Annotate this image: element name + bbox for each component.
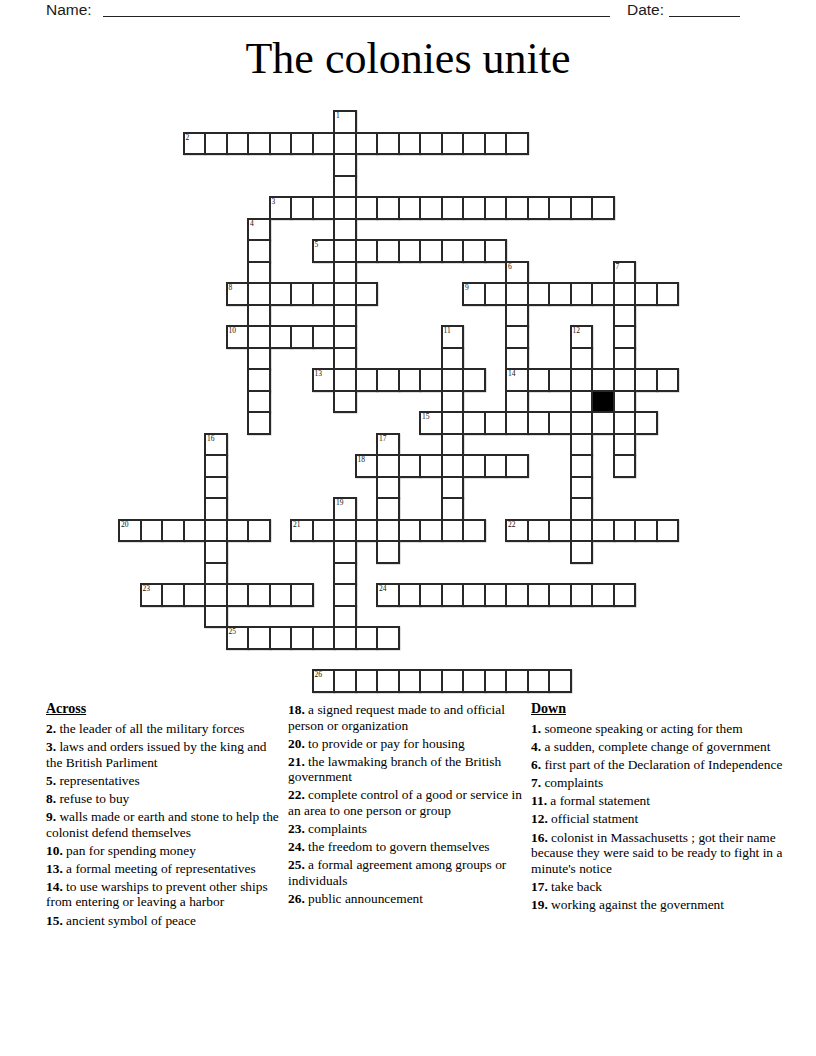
grid-cell[interactable] <box>247 282 271 306</box>
grid-cell[interactable] <box>591 583 615 607</box>
clue-number: 23. <box>288 821 305 836</box>
grid-cell[interactable] <box>570 519 594 543</box>
grid-cell[interactable] <box>333 196 357 220</box>
grid-cell[interactable] <box>398 583 422 607</box>
cell-number: 6 <box>508 262 512 271</box>
grid-cell[interactable]: 11 <box>441 325 465 349</box>
grid-cell[interactable]: 13 <box>312 368 336 392</box>
grid-cell[interactable] <box>527 583 551 607</box>
clue-number: 4. <box>531 739 541 754</box>
cell-number: 3 <box>272 197 276 206</box>
clue-item: 10. pan for spending money <box>46 843 286 859</box>
grid-cell[interactable] <box>613 583 637 607</box>
grid-cell[interactable] <box>505 325 529 349</box>
clue-column-down: Down 1. someone speaking or acting for t… <box>531 701 785 915</box>
across-heading: Across <box>46 701 286 717</box>
grid-cell[interactable] <box>290 626 314 650</box>
grid-cell[interactable] <box>505 411 529 435</box>
grid-cell[interactable] <box>226 132 250 156</box>
grid-cell[interactable] <box>333 347 357 371</box>
grid-cell[interactable] <box>613 347 637 371</box>
grid-cell[interactable] <box>656 368 680 392</box>
grid-cell[interactable] <box>634 282 658 306</box>
clue-item: 7. complaints <box>531 775 785 791</box>
grid-cell[interactable] <box>161 519 185 543</box>
grid-cell[interactable] <box>398 132 422 156</box>
name-input-line[interactable] <box>103 2 610 17</box>
grid-cell[interactable] <box>376 196 400 220</box>
grid-cell[interactable] <box>527 196 551 220</box>
clue-item: 2. the leader of all the military forces <box>46 721 286 737</box>
grid-cell[interactable] <box>376 519 400 543</box>
grid-cell[interactable] <box>441 476 465 500</box>
clue-item: 14. to use warships to prevent other shi… <box>46 879 286 910</box>
cell-number: 18 <box>358 455 366 464</box>
clue-number: 5. <box>46 773 56 788</box>
grid-cell[interactable]: 16 <box>204 433 228 457</box>
clue-item: 24. the freedom to govern themselves <box>288 839 532 855</box>
clue-number: 14. <box>46 879 63 894</box>
grid-cell[interactable] <box>247 411 271 435</box>
grid-cell[interactable] <box>355 196 379 220</box>
grid-cell[interactable] <box>441 239 465 263</box>
grid-cell[interactable]: 26 <box>312 669 336 693</box>
grid-cell[interactable] <box>204 562 228 586</box>
grid-cell[interactable] <box>269 132 293 156</box>
grid-cell[interactable] <box>355 239 379 263</box>
grid-cell[interactable] <box>570 583 594 607</box>
grid-cell[interactable]: 17 <box>376 433 400 457</box>
grid-cell[interactable] <box>419 196 443 220</box>
grid-cell[interactable] <box>376 669 400 693</box>
grid-cell[interactable] <box>247 261 271 285</box>
grid-cell[interactable] <box>204 454 228 478</box>
grid-cell[interactable] <box>333 132 357 156</box>
grid-cell[interactable] <box>505 390 529 414</box>
grid-cell[interactable] <box>548 196 572 220</box>
date-input-line[interactable] <box>669 2 740 17</box>
clue-item: 25. a formal agreement among groups or i… <box>288 857 532 888</box>
grid-cell[interactable] <box>484 196 508 220</box>
grid-cell[interactable]: 19 <box>333 497 357 521</box>
crossword-worksheet: { "game": "crossword", "header": { "name… <box>0 0 816 1056</box>
grid-cell[interactable] <box>484 239 508 263</box>
grid-cell[interactable] <box>570 282 594 306</box>
grid-cell[interactable] <box>183 519 207 543</box>
grid-cell[interactable] <box>441 411 465 435</box>
cell-number: 2 <box>186 133 190 142</box>
grid-cell[interactable] <box>355 669 379 693</box>
grid-cell[interactable] <box>312 626 336 650</box>
grid-cell[interactable] <box>376 626 400 650</box>
cell-number: 20 <box>121 520 129 529</box>
grid-cell[interactable] <box>204 540 228 564</box>
clue-number: 1. <box>531 721 541 736</box>
clue-number: 11. <box>531 793 547 808</box>
grid-cell[interactable] <box>591 282 615 306</box>
grid-cell[interactable] <box>548 411 572 435</box>
grid-cell[interactable] <box>548 368 572 392</box>
grid-cell[interactable] <box>247 239 271 263</box>
grid-cell[interactable] <box>613 411 637 435</box>
grid-cell[interactable] <box>333 605 357 629</box>
grid-cell[interactable] <box>462 454 486 478</box>
grid-cell[interactable] <box>333 583 357 607</box>
grid-cell[interactable] <box>312 325 336 349</box>
grid-cell[interactable] <box>376 132 400 156</box>
grid-cell[interactable] <box>613 433 637 457</box>
grid-cell[interactable] <box>634 368 658 392</box>
grid-cell[interactable] <box>419 669 443 693</box>
clue-number: 13. <box>46 861 63 876</box>
grid-cell[interactable] <box>333 390 357 414</box>
grid-cell[interactable] <box>462 239 486 263</box>
grid-cell[interactable] <box>398 669 422 693</box>
grid-cell[interactable] <box>462 196 486 220</box>
grid-cell[interactable] <box>247 325 271 349</box>
clue-number: 25. <box>288 857 305 872</box>
cell-number: 23 <box>143 584 151 593</box>
cell-number: 13 <box>315 369 323 378</box>
clue-number: 17. <box>531 879 548 894</box>
grid-cell[interactable] <box>247 304 271 328</box>
grid-cell[interactable]: 18 <box>355 454 379 478</box>
grid-cell[interactable] <box>333 304 357 328</box>
grid-cell[interactable] <box>570 196 594 220</box>
grid-cell[interactable] <box>462 411 486 435</box>
down-heading: Down <box>531 701 785 717</box>
grid-cell[interactable] <box>161 583 185 607</box>
name-label: Name: <box>46 1 92 19</box>
grid-cell[interactable] <box>419 132 443 156</box>
clue-number: 12. <box>531 811 548 826</box>
grid-cell[interactable]: 15 <box>419 411 443 435</box>
clue-item: 8. refuse to buy <box>46 791 286 807</box>
grid-cell[interactable] <box>333 175 357 199</box>
cell-number: 12 <box>573 326 581 335</box>
cell-number: 5 <box>315 240 319 249</box>
grid-cell[interactable] <box>226 583 250 607</box>
grid-cell[interactable] <box>462 583 486 607</box>
grid-cell[interactable] <box>333 261 357 285</box>
grid-cell[interactable] <box>441 390 465 414</box>
clue-number: 8. <box>46 791 56 806</box>
grid-cell[interactable] <box>290 583 314 607</box>
clue-number: 2. <box>46 721 56 736</box>
clue-number: 24. <box>288 839 305 854</box>
grid-cell[interactable] <box>548 282 572 306</box>
grid-cell[interactable] <box>505 583 529 607</box>
grid-cell[interactable] <box>484 454 508 478</box>
down-clues: 1. someone speaking or acting for them4.… <box>531 721 785 913</box>
grid-cell[interactable] <box>376 454 400 478</box>
grid-cell[interactable] <box>269 626 293 650</box>
grid-cell[interactable] <box>376 497 400 521</box>
grid-cell[interactable] <box>333 519 357 543</box>
cell-number: 14 <box>508 369 516 378</box>
grid-cell[interactable] <box>226 519 250 543</box>
grid-cell[interactable] <box>570 540 594 564</box>
grid-cell[interactable] <box>656 519 680 543</box>
grid-cell[interactable] <box>204 476 228 500</box>
grid-cell[interactable] <box>548 519 572 543</box>
grid-cell[interactable]: 12 <box>570 325 594 349</box>
grid-cell[interactable] <box>570 433 594 457</box>
grid-cell[interactable] <box>505 282 529 306</box>
grid-cell[interactable] <box>398 196 422 220</box>
grid-cell[interactable] <box>505 669 529 693</box>
grid-cell[interactable] <box>376 540 400 564</box>
grid-cell[interactable] <box>312 282 336 306</box>
grid-cell[interactable] <box>441 196 465 220</box>
grid-cell[interactable] <box>333 626 357 650</box>
grid-cell[interactable] <box>419 454 443 478</box>
page-title: The colonies unite <box>0 34 816 84</box>
grid-cell[interactable] <box>441 132 465 156</box>
grid-cell[interactable] <box>376 476 400 500</box>
grid-cell[interactable] <box>204 583 228 607</box>
grid-cell[interactable]: 8 <box>226 282 250 306</box>
grid-cell[interactable] <box>398 368 422 392</box>
grid-cell[interactable]: 4 <box>247 218 271 242</box>
blocked-cell <box>591 390 615 414</box>
grid-cell[interactable] <box>441 454 465 478</box>
grid-cell[interactable] <box>570 411 594 435</box>
grid-cell[interactable] <box>441 347 465 371</box>
grid-cell[interactable] <box>613 390 637 414</box>
cell-number: 4 <box>250 219 254 228</box>
grid-cell[interactable] <box>570 347 594 371</box>
grid-cell[interactable] <box>505 347 529 371</box>
grid-cell[interactable] <box>613 454 637 478</box>
grid-cell[interactable]: 23 <box>140 583 164 607</box>
grid-cell[interactable] <box>333 669 357 693</box>
grid-cell[interactable] <box>634 411 658 435</box>
cell-number: 21 <box>293 520 301 529</box>
cell-number: 1 <box>336 111 340 120</box>
clue-number: 26. <box>288 891 305 906</box>
grid-cell[interactable] <box>419 368 443 392</box>
grid-cell[interactable] <box>204 605 228 629</box>
clue-item: 23. complaints <box>288 821 532 837</box>
grid-cell[interactable] <box>355 368 379 392</box>
grid-cell[interactable] <box>419 583 443 607</box>
grid-cell[interactable] <box>419 239 443 263</box>
grid-cell[interactable] <box>613 519 637 543</box>
grid-cell[interactable] <box>484 669 508 693</box>
grid-cell[interactable] <box>462 368 486 392</box>
grid-cell[interactable] <box>333 540 357 564</box>
clue-item: 5. representatives <box>46 773 286 789</box>
grid-cell[interactable] <box>548 669 572 693</box>
grid-cell[interactable] <box>269 325 293 349</box>
grid-cell[interactable] <box>398 239 422 263</box>
grid-cell[interactable] <box>527 669 551 693</box>
grid-cell[interactable] <box>355 132 379 156</box>
grid-cell[interactable] <box>441 497 465 521</box>
across-clues-part2: 18. a signed request made to and officia… <box>288 702 532 907</box>
clue-item: 22. complete control of a good or servic… <box>288 787 532 818</box>
grid-cell[interactable]: 9 <box>462 282 486 306</box>
clue-item: 17. take back <box>531 879 785 895</box>
grid-cell[interactable] <box>247 132 271 156</box>
cell-number: 8 <box>229 283 233 292</box>
grid-cell[interactable] <box>312 196 336 220</box>
clue-item: 6. first part of the Declaration of Inde… <box>531 757 785 773</box>
grid-cell[interactable] <box>527 519 551 543</box>
grid-cell[interactable] <box>333 218 357 242</box>
grid-cell[interactable] <box>441 433 465 457</box>
grid-cell[interactable] <box>462 669 486 693</box>
grid-cell[interactable] <box>269 583 293 607</box>
cell-number: 24 <box>379 584 387 593</box>
across-clues-part1: 2. the leader of all the military forces… <box>46 721 286 928</box>
cell-number: 19 <box>336 498 344 507</box>
clue-item: 18. a signed request made to and officia… <box>288 702 532 733</box>
grid-cell[interactable]: 6 <box>505 261 529 285</box>
grid-cell[interactable] <box>247 368 271 392</box>
grid-cell[interactable] <box>527 282 551 306</box>
grid-cell[interactable] <box>247 626 271 650</box>
grid-cell[interactable]: 24 <box>376 583 400 607</box>
grid-cell[interactable] <box>591 368 615 392</box>
clue-item: 3. laws and orders issued by the king an… <box>46 739 286 770</box>
grid-cell[interactable] <box>290 132 314 156</box>
grid-cell[interactable]: 3 <box>269 196 293 220</box>
clue-item: 13. a formal meeting of representatives <box>46 861 286 877</box>
grid-cell[interactable] <box>269 282 293 306</box>
grid-cell[interactable] <box>570 390 594 414</box>
grid-cell[interactable] <box>570 368 594 392</box>
grid-cell[interactable] <box>247 347 271 371</box>
grid-cell[interactable] <box>570 476 594 500</box>
grid-cell[interactable] <box>441 519 465 543</box>
grid-cell[interactable] <box>333 368 357 392</box>
clue-number: 3. <box>46 739 56 754</box>
grid-cell[interactable] <box>591 519 615 543</box>
grid-cell[interactable] <box>355 282 379 306</box>
grid-cell[interactable] <box>505 304 529 328</box>
grid-cell[interactable] <box>484 583 508 607</box>
grid-cell[interactable] <box>656 282 680 306</box>
grid-cell[interactable] <box>290 325 314 349</box>
grid-cell[interactable] <box>376 239 400 263</box>
grid-cell[interactable] <box>484 282 508 306</box>
grid-cell[interactable] <box>462 519 486 543</box>
grid-cell[interactable] <box>355 626 379 650</box>
grid-cell[interactable] <box>290 196 314 220</box>
grid-cell[interactable] <box>484 132 508 156</box>
grid-cell[interactable]: 10 <box>226 325 250 349</box>
grid-cell[interactable] <box>204 132 228 156</box>
grid-cell[interactable] <box>591 411 615 435</box>
grid-cell[interactable] <box>376 368 400 392</box>
cell-number: 17 <box>379 434 387 443</box>
grid-cell[interactable]: 20 <box>118 519 142 543</box>
clue-item: 15. ancient symbol of peace <box>46 913 286 929</box>
clue-number: 21. <box>288 754 305 769</box>
grid-cell[interactable] <box>247 583 271 607</box>
grid-cell[interactable] <box>441 368 465 392</box>
grid-cell[interactable] <box>505 196 529 220</box>
grid-cell[interactable] <box>634 519 658 543</box>
grid-cell[interactable]: 21 <box>290 519 314 543</box>
grid-cell[interactable]: 1 <box>333 110 357 134</box>
clue-item: 1. someone speaking or acting for them <box>531 721 785 737</box>
cell-number: 22 <box>508 520 516 529</box>
grid-cell[interactable]: 5 <box>312 239 336 263</box>
clue-item: 16. colonist in Massachusetts ; got thei… <box>531 830 785 877</box>
cell-number: 10 <box>229 326 237 335</box>
grid-cell[interactable] <box>140 519 164 543</box>
cell-number: 25 <box>229 627 237 636</box>
grid-cell[interactable] <box>333 562 357 586</box>
grid-cell[interactable] <box>204 497 228 521</box>
clue-number: 6. <box>531 757 541 772</box>
grid-cell[interactable]: 2 <box>183 132 207 156</box>
grid-cell[interactable] <box>290 282 314 306</box>
grid-cell[interactable] <box>505 454 529 478</box>
cell-number: 16 <box>207 434 215 443</box>
grid-cell[interactable] <box>333 153 357 177</box>
grid-cell[interactable] <box>183 583 207 607</box>
grid-cell[interactable] <box>527 411 551 435</box>
grid-cell[interactable] <box>570 454 594 478</box>
grid-cell[interactable]: 7 <box>613 261 637 285</box>
grid-cell[interactable] <box>398 519 422 543</box>
grid-cell[interactable] <box>247 519 271 543</box>
grid-cell[interactable] <box>333 239 357 263</box>
grid-cell[interactable] <box>441 669 465 693</box>
cell-number: 26 <box>315 670 323 679</box>
grid-cell[interactable] <box>247 390 271 414</box>
grid-cell[interactable] <box>333 282 357 306</box>
grid-cell[interactable] <box>591 196 615 220</box>
grid-cell[interactable] <box>355 519 379 543</box>
cell-number: 11 <box>444 326 451 335</box>
clue-number: 10. <box>46 843 63 858</box>
grid-cell[interactable] <box>484 411 508 435</box>
grid-cell[interactable] <box>441 583 465 607</box>
cell-number: 15 <box>422 412 430 421</box>
grid-cell[interactable] <box>570 497 594 521</box>
clue-column-across-continued: 18. a signed request made to and officia… <box>288 702 532 909</box>
grid-cell[interactable] <box>333 325 357 349</box>
clue-item: 19. working against the government <box>531 897 785 913</box>
grid-cell[interactable] <box>312 132 336 156</box>
clue-column-across: Across 2. the leader of all the military… <box>46 701 286 931</box>
clue-item: 11. a formal statement <box>531 793 785 809</box>
grid-cell[interactable] <box>613 368 637 392</box>
grid-cell[interactable] <box>527 368 551 392</box>
grid-cell[interactable] <box>613 325 637 349</box>
grid-cell[interactable] <box>548 583 572 607</box>
clue-number: 22. <box>288 787 305 802</box>
grid-cell[interactable] <box>398 454 422 478</box>
grid-cell[interactable] <box>204 519 228 543</box>
grid-cell[interactable]: 25 <box>226 626 250 650</box>
grid-cell[interactable] <box>505 132 529 156</box>
grid-cell[interactable] <box>312 519 336 543</box>
grid-cell[interactable] <box>613 282 637 306</box>
grid-cell[interactable]: 22 <box>505 519 529 543</box>
date-label: Date: <box>627 1 664 19</box>
clue-item: 20. to provide or pay for housing <box>288 736 532 752</box>
grid-cell[interactable]: 14 <box>505 368 529 392</box>
grid-cell[interactable] <box>613 304 637 328</box>
grid-cell[interactable] <box>419 519 443 543</box>
grid-cell[interactable] <box>462 132 486 156</box>
